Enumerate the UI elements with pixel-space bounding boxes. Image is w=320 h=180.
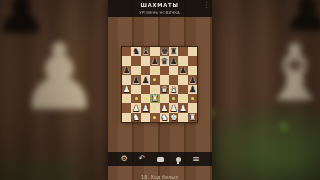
app-subtitle: УРОВЕНЬ НОВИЧКА <box>140 11 181 15</box>
square-f8[interactable]: ♜ <box>169 47 178 56</box>
square-g1[interactable] <box>178 113 187 122</box>
black-knight: ♞ <box>132 47 140 56</box>
black-pawn: ♟ <box>151 57 159 66</box>
legal-move-dot-d1[interactable] <box>153 116 156 119</box>
square-c8[interactable]: ♝ <box>141 47 150 56</box>
square-h8[interactable] <box>188 47 197 56</box>
square-c6[interactable] <box>141 66 150 75</box>
bg-white-pawn-left-icon: ♟ <box>18 32 100 124</box>
square-g3[interactable] <box>178 94 187 103</box>
white-knight: ♞ <box>160 113 168 122</box>
square-h6[interactable] <box>188 66 197 75</box>
square-g6[interactable]: ♟ <box>178 66 187 75</box>
legal-move-dot-e3[interactable] <box>163 97 166 100</box>
black-pawn: ♟ <box>170 57 178 66</box>
square-f1[interactable]: ♚ <box>169 113 178 122</box>
black-rook: ♜ <box>170 47 178 56</box>
white-king: ♚ <box>170 113 178 122</box>
square-f3[interactable] <box>169 94 178 103</box>
bg-dark-pawn-top-right-icon: ♟ <box>282 0 320 40</box>
square-d6[interactable] <box>150 66 159 75</box>
square-e3[interactable] <box>160 94 169 103</box>
white-rook: ♜ <box>189 113 197 122</box>
legal-move-dot-h3[interactable] <box>191 97 194 100</box>
square-c2[interactable]: ♟ <box>141 103 150 112</box>
overflow-menu-icon[interactable]: ⋮ <box>203 2 210 9</box>
square-g8[interactable] <box>178 47 187 56</box>
square-g5[interactable] <box>178 75 187 84</box>
square-c1[interactable] <box>141 113 150 122</box>
title-bar: ШАХМАТЫ УРОВЕНЬ НОВИЧКА ⋮ <box>108 0 212 17</box>
square-c5[interactable]: ♟ <box>141 75 150 84</box>
square-f6[interactable] <box>169 66 178 75</box>
square-d2[interactable] <box>150 103 159 112</box>
screenshot-root: ♟ ♟ ♝ ♟ ШАХМАТЫ УРОВЕНЬ НОВИЧКА ⋮ ♞♝♚♜♟♛… <box>0 0 320 180</box>
legal-move-dot-a3[interactable] <box>125 97 128 100</box>
square-b1[interactable]: ♞ <box>131 113 140 122</box>
bottom-toolbar: ⚙ ↶ ≡ <box>108 152 212 166</box>
square-h1[interactable]: ♜ <box>188 113 197 122</box>
legal-move-dot-d6[interactable] <box>153 69 156 72</box>
legal-move-dot-d5[interactable] <box>153 78 156 81</box>
square-d5[interactable] <box>150 75 159 84</box>
square-b3[interactable] <box>131 94 140 103</box>
bg-green-felt-left <box>0 148 110 180</box>
white-bishop: ♝ <box>170 85 178 94</box>
black-pawn: ♟ <box>189 85 197 94</box>
square-c7[interactable] <box>141 56 150 65</box>
square-d3[interactable]: ♜ <box>150 94 159 103</box>
square-g4[interactable] <box>178 85 187 94</box>
square-d1[interactable] <box>150 113 159 122</box>
square-h3[interactable] <box>188 94 197 103</box>
square-b7[interactable] <box>131 56 140 65</box>
square-f4[interactable]: ♝ <box>169 85 178 94</box>
app-title: ШАХМАТЫ <box>141 2 179 7</box>
square-a6[interactable]: ♟ <box>122 66 131 75</box>
menu-icon[interactable]: ≡ <box>191 154 201 164</box>
square-e7[interactable]: ♛ <box>160 56 169 65</box>
move-status: 18. Ход белых <box>108 165 212 180</box>
undo-icon[interactable]: ↶ <box>137 154 147 164</box>
legal-move-dot-b3[interactable] <box>135 97 138 100</box>
black-pawn: ♟ <box>189 76 197 85</box>
white-pawn: ♟ <box>132 104 140 113</box>
square-e8[interactable]: ♚ <box>160 47 169 56</box>
bulb-shape <box>176 157 181 162</box>
square-d8[interactable] <box>150 47 159 56</box>
white-pawn: ♟ <box>142 104 150 113</box>
white-queen: ♛ <box>160 85 168 94</box>
square-e1[interactable]: ♞ <box>160 113 169 122</box>
black-pawn: ♟ <box>179 66 187 75</box>
square-h7[interactable] <box>188 56 197 65</box>
square-a3[interactable] <box>122 94 131 103</box>
legal-move-dot-c3[interactable] <box>144 97 147 100</box>
square-a1[interactable] <box>122 113 131 122</box>
settings-icon[interactable]: ⚙ <box>119 154 129 164</box>
square-a2[interactable] <box>122 103 131 112</box>
square-b8[interactable]: ♞ <box>131 47 140 56</box>
square-e4[interactable]: ♛ <box>160 85 169 94</box>
white-knight: ♞ <box>132 113 140 122</box>
legal-move-dot-d2[interactable] <box>153 107 156 110</box>
white-pawn: ♟ <box>160 104 168 113</box>
move-status-label: 18. Ход белых <box>142 174 179 180</box>
legal-move-dot-f3[interactable] <box>172 97 175 100</box>
square-h4[interactable]: ♟ <box>188 85 197 94</box>
chess-board[interactable]: ♞♝♚♜♟♛♟♟♟♟♟♟♟♛♝♟♜♟♟♟♟♟♞♞♚♜ <box>122 47 197 122</box>
hint-chat-icon[interactable] <box>155 154 165 164</box>
square-f7[interactable]: ♟ <box>169 56 178 65</box>
square-e6[interactable] <box>160 66 169 75</box>
white-pawn: ♟ <box>179 104 187 113</box>
bg-green-dot-2 <box>281 123 287 129</box>
square-a4[interactable]: ♟ <box>122 85 131 94</box>
white-rook: ♜ <box>151 94 159 103</box>
legal-move-dot-d4[interactable] <box>153 88 156 91</box>
app-column: ШАХМАТЫ УРОВЕНЬ НОВИЧКА ⋮ ♞♝♚♜♟♛♟♟♟♟♟♟♟♛… <box>108 0 212 180</box>
black-queen: ♛ <box>160 57 168 66</box>
square-b6[interactable] <box>131 66 140 75</box>
black-pawn: ♟ <box>142 76 150 85</box>
square-a8[interactable] <box>122 47 131 56</box>
square-b5[interactable]: ♟ <box>131 75 140 84</box>
chat-bubble-shape <box>157 157 164 162</box>
square-g2[interactable]: ♟ <box>178 103 187 112</box>
black-pawn: ♟ <box>123 66 131 75</box>
square-b4[interactable] <box>131 85 140 94</box>
white-pawn: ♟ <box>170 104 178 113</box>
legal-move-dot-g3[interactable] <box>182 97 185 100</box>
black-bishop: ♝ <box>142 47 150 56</box>
square-c4[interactable] <box>141 85 150 94</box>
white-pawn: ♟ <box>123 85 131 94</box>
square-c3[interactable] <box>141 94 150 103</box>
black-king: ♚ <box>160 47 168 56</box>
square-d7[interactable]: ♟ <box>150 56 159 65</box>
lamp-icon[interactable] <box>173 154 183 164</box>
black-pawn: ♟ <box>132 76 140 85</box>
